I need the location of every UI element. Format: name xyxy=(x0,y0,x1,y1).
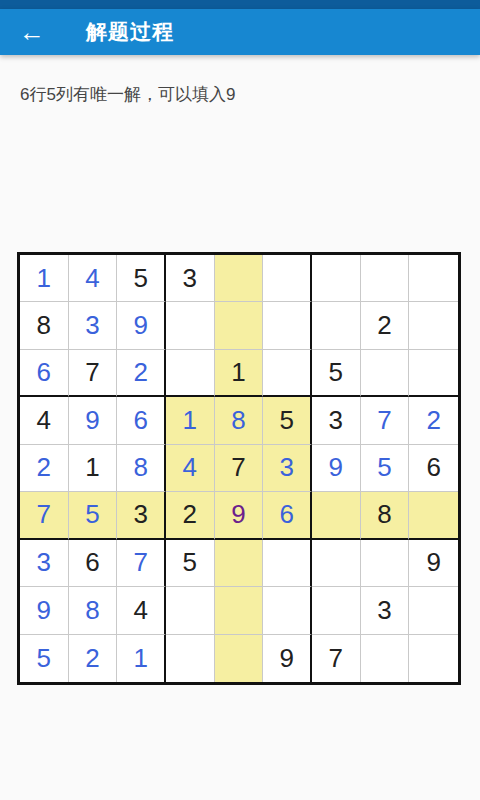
cell-r6c4: 2 xyxy=(166,492,215,539)
back-arrow-icon: ← xyxy=(19,19,45,45)
cell-r9c4 xyxy=(166,635,215,682)
cell-r7c2: 6 xyxy=(69,540,118,587)
cell-r2c5 xyxy=(215,302,264,349)
cell-r5c9: 6 xyxy=(409,445,458,492)
cell-r5c1: 2 xyxy=(20,445,69,492)
cell-r8c7 xyxy=(312,587,361,634)
cell-r4c7: 3 xyxy=(312,397,361,444)
cell-r3c7: 5 xyxy=(312,350,361,397)
cell-r6c2: 5 xyxy=(69,492,118,539)
cell-r7c3: 7 xyxy=(117,540,166,587)
cell-r4c9: 2 xyxy=(409,397,458,444)
back-button[interactable]: ← xyxy=(8,9,56,55)
cell-r2c1: 8 xyxy=(20,302,69,349)
cell-r9c1: 5 xyxy=(20,635,69,682)
cell-r7c9: 9 xyxy=(409,540,458,587)
cell-r4c2: 9 xyxy=(69,397,118,444)
cell-r7c1: 3 xyxy=(20,540,69,587)
cell-r5c2: 1 xyxy=(69,445,118,492)
cell-r6c5: 9 xyxy=(215,492,264,539)
cell-r8c5 xyxy=(215,587,264,634)
cell-r4c6: 5 xyxy=(263,397,312,444)
cell-r9c7: 7 xyxy=(312,635,361,682)
cell-r8c8: 3 xyxy=(361,587,410,634)
hint-text: 6行5列有唯一解，可以填入9 xyxy=(20,83,480,106)
page-title: 解题过程 xyxy=(86,18,174,46)
cell-r8c4 xyxy=(166,587,215,634)
screen: ← 解题过程 6行5列有唯一解，可以填入9 145383926721549618… xyxy=(0,0,480,800)
cell-r3c1: 6 xyxy=(20,350,69,397)
cell-r1c6 xyxy=(263,255,312,302)
cell-r4c4: 1 xyxy=(166,397,215,444)
cell-r1c1: 1 xyxy=(20,255,69,302)
cell-r2c9 xyxy=(409,302,458,349)
cell-r4c5: 8 xyxy=(215,397,264,444)
cell-r8c6 xyxy=(263,587,312,634)
cell-r3c8 xyxy=(361,350,410,397)
cell-r1c4: 3 xyxy=(166,255,215,302)
sudoku-grid: 1453839267215496185372218473956753296836… xyxy=(17,252,461,685)
cell-r8c2: 8 xyxy=(69,587,118,634)
cell-r6c3: 3 xyxy=(117,492,166,539)
cell-r8c3: 4 xyxy=(117,587,166,634)
cell-r9c2: 2 xyxy=(69,635,118,682)
cell-r7c4: 5 xyxy=(166,540,215,587)
cell-r3c5: 1 xyxy=(215,350,264,397)
app-bar: ← 解题过程 xyxy=(0,9,480,55)
cell-r4c1: 4 xyxy=(20,397,69,444)
cell-r5c8: 5 xyxy=(361,445,410,492)
cell-r5c7: 9 xyxy=(312,445,361,492)
cell-r2c8: 2 xyxy=(361,302,410,349)
cell-r7c7 xyxy=(312,540,361,587)
cell-r3c2: 7 xyxy=(69,350,118,397)
cell-r2c2: 3 xyxy=(69,302,118,349)
cell-r3c9 xyxy=(409,350,458,397)
cell-r8c1: 9 xyxy=(20,587,69,634)
cell-r3c3: 2 xyxy=(117,350,166,397)
cell-r4c3: 6 xyxy=(117,397,166,444)
cell-r7c5 xyxy=(215,540,264,587)
status-bar xyxy=(0,0,480,9)
cell-r2c4 xyxy=(166,302,215,349)
cell-r9c6: 9 xyxy=(263,635,312,682)
cell-r6c6: 6 xyxy=(263,492,312,539)
cell-r6c7 xyxy=(312,492,361,539)
cell-r1c8 xyxy=(361,255,410,302)
cell-r5c6: 3 xyxy=(263,445,312,492)
cell-r9c8 xyxy=(361,635,410,682)
cell-r7c6 xyxy=(263,540,312,587)
cell-r4c8: 7 xyxy=(361,397,410,444)
cell-r2c3: 9 xyxy=(117,302,166,349)
cell-r2c7 xyxy=(312,302,361,349)
cell-r7c8 xyxy=(361,540,410,587)
cell-r3c6 xyxy=(263,350,312,397)
cell-r1c3: 5 xyxy=(117,255,166,302)
cell-r5c4: 4 xyxy=(166,445,215,492)
cell-r1c2: 4 xyxy=(69,255,118,302)
cell-r6c8: 8 xyxy=(361,492,410,539)
cell-r3c4 xyxy=(166,350,215,397)
cell-r1c5 xyxy=(215,255,264,302)
cell-r5c3: 8 xyxy=(117,445,166,492)
cell-r9c9 xyxy=(409,635,458,682)
cell-r6c9 xyxy=(409,492,458,539)
cell-r1c9 xyxy=(409,255,458,302)
cell-r9c3: 1 xyxy=(117,635,166,682)
cell-r8c9 xyxy=(409,587,458,634)
cell-r6c1: 7 xyxy=(20,492,69,539)
cell-r1c7 xyxy=(312,255,361,302)
cell-r2c6 xyxy=(263,302,312,349)
cell-r9c5 xyxy=(215,635,264,682)
cell-r5c5: 7 xyxy=(215,445,264,492)
